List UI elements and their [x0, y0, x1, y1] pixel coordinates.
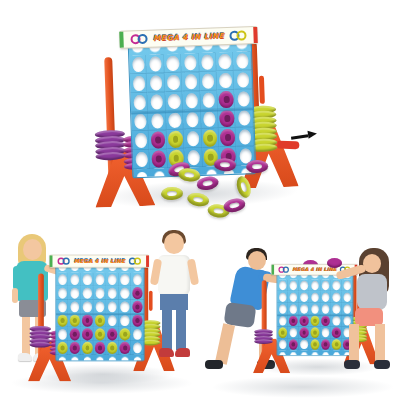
magenta-ring-cell — [219, 128, 237, 148]
empty-hole — [131, 112, 149, 132]
yellow-ring-cell — [201, 128, 219, 148]
magenta-ring-cell — [288, 315, 299, 327]
magenta-ring-cell — [320, 315, 331, 327]
giant-connect-four-game: MEGA 4 IN LINE — [88, 0, 311, 218]
magenta-ring-cell — [320, 339, 331, 351]
empty-hole — [148, 111, 166, 131]
yellow-ring-icon — [236, 30, 246, 40]
banner-green-tab — [50, 255, 53, 267]
scattered-rings-layer — [94, 148, 316, 224]
boy-white-shirt — [158, 255, 190, 295]
magenta-loose-ring — [246, 160, 268, 174]
empty-hole — [166, 111, 184, 131]
yellow-ring-cell — [310, 327, 321, 339]
empty-hole — [236, 127, 254, 147]
banner-green-tab — [272, 265, 274, 275]
boy-leg — [176, 308, 186, 350]
empty-hole — [199, 52, 217, 72]
floor-shadow — [31, 364, 175, 384]
empty-hole — [310, 291, 321, 303]
magenta-ring-cell — [149, 130, 167, 150]
empty-hole — [277, 291, 288, 303]
empty-hole — [131, 273, 144, 287]
yellow-ring-icon — [134, 258, 141, 265]
slide-direction-arrow — [291, 129, 317, 142]
blue-ring-icon — [138, 34, 148, 44]
banner-title: MEGA 4 IN LINE — [71, 259, 127, 264]
empty-hole — [106, 286, 119, 300]
magenta-ring-cell — [131, 314, 144, 328]
product-photo-main: MEGA 4 IN LINE — [92, 2, 322, 224]
woman-shoe — [344, 360, 360, 369]
yellow-ring-cell — [310, 339, 321, 351]
magenta-ring-cell — [299, 327, 310, 339]
magenta-ring-cell — [217, 90, 235, 110]
woman-head — [363, 254, 381, 273]
empty-hole — [131, 327, 144, 341]
empty-hole — [277, 339, 288, 351]
empty-hole — [217, 71, 235, 91]
empty-hole — [310, 303, 321, 315]
magenta-ring-cell — [218, 109, 236, 129]
magenta-ring-cell — [69, 327, 82, 341]
banner-red-tab — [146, 255, 149, 267]
woman-player — [341, 248, 400, 378]
empty-hole — [299, 303, 310, 315]
empty-hole — [147, 73, 165, 93]
purple-ring-stack — [29, 321, 51, 348]
girl-left-arm — [13, 266, 20, 290]
lifestyle-photo-kids: MEGA 4 IN LINE — [0, 226, 202, 400]
empty-hole — [129, 55, 147, 75]
yellow-ring-cell — [94, 314, 107, 328]
empty-hole — [165, 73, 183, 93]
empty-hole — [130, 93, 148, 113]
connect-four-board — [55, 265, 144, 361]
yellow-loose-ring — [186, 191, 210, 208]
man-kneeling-leg — [215, 323, 235, 365]
empty-hole — [119, 273, 132, 287]
woman-gray-shirt — [357, 274, 387, 310]
yellow-loose-ring — [161, 187, 183, 201]
empty-hole — [310, 280, 321, 292]
empty-hole — [119, 300, 132, 314]
banner-title: MEGA 4 IN LINE — [290, 267, 338, 272]
magenta-ring-cell — [299, 315, 310, 327]
empty-hole — [106, 300, 119, 314]
empty-hole — [119, 286, 132, 300]
empty-hole — [320, 280, 331, 292]
yellow-loose-ring — [234, 175, 253, 200]
empty-hole — [147, 54, 165, 74]
purple-ring-stack — [254, 321, 273, 344]
empty-hole — [233, 51, 251, 71]
empty-hole — [320, 327, 331, 339]
woman-leg — [375, 324, 385, 362]
empty-hole — [201, 109, 219, 129]
boy-red-shoe — [175, 348, 190, 357]
empty-hole — [200, 90, 218, 110]
empty-hole — [299, 280, 310, 292]
yellow-ring-cell — [310, 315, 321, 327]
title-banner: MEGA 4 IN LINE — [50, 255, 149, 268]
magenta-ring-cell — [131, 286, 144, 300]
product-image-composite: MEGA 4 IN LINE — [0, 0, 400, 400]
empty-hole — [56, 273, 69, 287]
empty-hole — [94, 273, 107, 287]
empty-hole — [131, 341, 144, 355]
boy-head — [164, 233, 184, 254]
empty-hole — [288, 291, 299, 303]
empty-hole — [164, 54, 182, 74]
empty-hole — [148, 92, 166, 112]
empty-hole — [69, 273, 82, 287]
magenta-ring-cell — [106, 327, 119, 341]
banner-red-tab — [253, 27, 258, 43]
man-shoe — [205, 360, 223, 369]
boy-leg — [162, 308, 172, 350]
magenta-loose-ring — [214, 158, 237, 172]
empty-hole — [216, 52, 234, 72]
boy-red-shoe — [159, 348, 174, 357]
empty-hole — [288, 303, 299, 315]
magenta-ring-cell — [81, 314, 94, 328]
yellow-ring-cell — [94, 327, 107, 341]
empty-hole — [165, 92, 183, 112]
empty-hole — [181, 53, 199, 73]
empty-hole — [81, 300, 94, 314]
empty-hole — [183, 110, 201, 130]
empty-hole — [277, 280, 288, 292]
empty-hole — [234, 70, 252, 90]
magenta-ring-cell — [69, 341, 82, 355]
empty-hole — [69, 300, 82, 314]
empty-hole — [81, 273, 94, 287]
banner-green-tab — [119, 32, 124, 48]
empty-hole — [130, 74, 148, 94]
empty-hole — [277, 315, 288, 327]
woman-shoe — [374, 360, 390, 369]
empty-hole — [299, 339, 310, 351]
empty-hole — [320, 291, 331, 303]
board-seam — [56, 314, 144, 315]
yellow-ring-cell — [81, 341, 94, 355]
main-game: MEGA 4 IN LINE — [92, 2, 308, 214]
board-bottom-edge — [56, 355, 144, 361]
empty-hole — [81, 286, 94, 300]
empty-hole — [94, 300, 107, 314]
lifestyle-photo-adults: MEGA 4 IN LINE — [203, 236, 400, 400]
empty-hole — [277, 303, 288, 315]
empty-hole — [106, 314, 119, 328]
empty-hole — [235, 108, 253, 128]
magenta-ring-cell — [131, 300, 144, 314]
boy-player — [150, 230, 200, 364]
empty-hole — [235, 89, 253, 109]
woman-held-magenta-ring — [327, 258, 342, 268]
yellow-ring-cell — [56, 341, 69, 355]
empty-hole — [56, 300, 69, 314]
empty-hole — [288, 280, 299, 292]
empty-hole — [94, 286, 107, 300]
magenta-ring-cell — [94, 341, 107, 355]
empty-hole — [183, 91, 201, 111]
woman-leg — [349, 324, 359, 362]
yellow-ring-cell — [106, 341, 119, 355]
empty-hole — [132, 131, 150, 151]
empty-hole — [106, 273, 119, 287]
empty-hole — [56, 286, 69, 300]
empty-hole — [288, 327, 299, 339]
empty-hole — [56, 327, 69, 341]
yellow-ring-cell — [167, 130, 185, 150]
empty-hole — [320, 303, 331, 315]
empty-hole — [69, 286, 82, 300]
blue-ring-icon — [63, 258, 70, 265]
magenta-ring-cell — [81, 327, 94, 341]
empty-hole — [199, 71, 217, 91]
magenta-ring-cell — [119, 341, 132, 355]
yellow-ring-cell — [277, 327, 288, 339]
empty-hole — [299, 291, 310, 303]
magenta-ring-cell — [288, 339, 299, 351]
empty-hole — [119, 314, 132, 328]
yellow-ring-cell — [56, 314, 69, 328]
yellow-ring-cell — [69, 314, 82, 328]
empty-hole — [182, 72, 200, 92]
yellow-ring-cell — [119, 327, 132, 341]
banner-title: MEGA 4 IN LINE — [150, 32, 227, 42]
girl-left-forearm — [12, 288, 18, 303]
empty-hole — [184, 129, 202, 149]
blue-ring-icon — [283, 267, 289, 273]
